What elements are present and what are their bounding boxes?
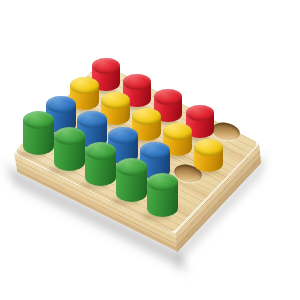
peg-top-face: [123, 74, 151, 90]
peg-top-face: [132, 108, 161, 125]
peg-top-face: [108, 127, 138, 144]
peg-top-face: [186, 105, 214, 121]
peg-top-face: [116, 158, 147, 176]
peg-top-face: [54, 127, 85, 145]
peg-green: [85, 142, 116, 186]
peg-yellow: [194, 139, 223, 172]
peg-top-face: [70, 77, 99, 94]
peg-board-photo: [0, 0, 300, 300]
peg-top-face: [85, 142, 116, 160]
peg-top-face: [92, 58, 120, 74]
peg-top-face: [140, 142, 170, 159]
peg-top-face: [46, 96, 76, 113]
peg-green: [23, 111, 54, 155]
peg-green: [147, 173, 178, 217]
peg-top-face: [23, 111, 54, 129]
peg-top-face: [101, 92, 130, 109]
peg-green: [54, 127, 85, 171]
peg-green: [116, 158, 147, 202]
peg-top-face: [194, 139, 223, 156]
